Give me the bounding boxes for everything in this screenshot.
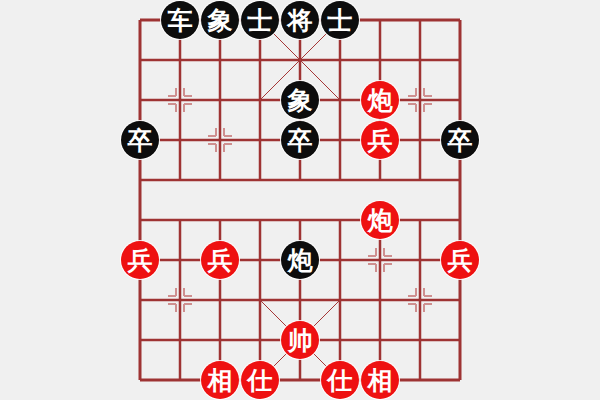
xiangqi-board-canvas: 车象士将士象卒卒卒炮炮兵炮兵兵兵帅相仕仕相 xyxy=(0,0,600,400)
piece-black-soldier-a[interactable]: 卒 xyxy=(121,121,159,159)
piece-red-general[interactable]: 帅 xyxy=(281,321,319,359)
piece-red-elephant-b[interactable]: 相 xyxy=(361,361,399,399)
piece-red-advisor-b[interactable]: 仕 xyxy=(321,361,359,399)
piece-red-cannon-a[interactable]: 炮 xyxy=(361,81,399,119)
piece-black-soldier-c[interactable]: 卒 xyxy=(441,121,479,159)
xiangqi-board[interactable]: 车象士将士象卒卒卒炮炮兵炮兵兵兵帅相仕仕相 xyxy=(120,0,480,400)
piece-black-advisor-b[interactable]: 士 xyxy=(321,1,359,39)
piece-black-elephant-b[interactable]: 象 xyxy=(281,81,319,119)
piece-red-soldier-d[interactable]: 兵 xyxy=(441,241,479,279)
piece-red-elephant-a[interactable]: 相 xyxy=(201,361,239,399)
piece-red-cannon-b[interactable]: 炮 xyxy=(361,201,399,239)
piece-black-general[interactable]: 将 xyxy=(281,1,319,39)
piece-red-soldier-a[interactable]: 兵 xyxy=(361,121,399,159)
piece-black-elephant-a[interactable]: 象 xyxy=(201,1,239,39)
piece-red-soldier-c[interactable]: 兵 xyxy=(201,241,239,279)
piece-black-advisor-a[interactable]: 士 xyxy=(241,1,279,39)
piece-red-advisor-a[interactable]: 仕 xyxy=(241,361,279,399)
piece-black-cannon[interactable]: 炮 xyxy=(281,241,319,279)
piece-black-soldier-b[interactable]: 卒 xyxy=(281,121,319,159)
piece-red-soldier-b[interactable]: 兵 xyxy=(121,241,159,279)
piece-black-chariot[interactable]: 车 xyxy=(161,1,199,39)
